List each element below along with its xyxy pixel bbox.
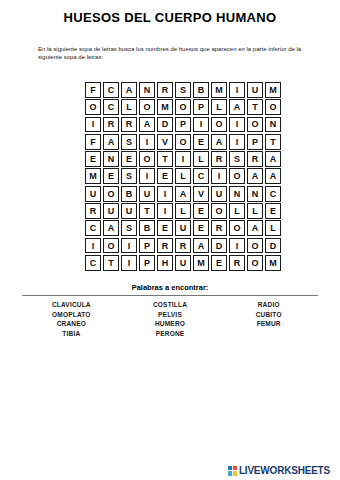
grid-cell-r4c11[interactable]: T	[265, 134, 281, 150]
grid-cell-r6c5[interactable]: E	[157, 168, 173, 184]
grid-cell-r9c3[interactable]: S	[121, 220, 137, 236]
grid-cell-r5c9[interactable]: S	[229, 151, 245, 167]
word-column-2: COSTILLAPELVISHUMEROPERONE	[121, 300, 220, 338]
grid-cell-r8c9[interactable]: L	[229, 203, 245, 219]
grid-cell-r11c4[interactable]: P	[139, 255, 155, 271]
grid-cell-r6c1[interactable]: M	[85, 168, 101, 184]
grid-cell-r6c8[interactable]: I	[211, 168, 227, 184]
grid-cell-r5c1[interactable]: E	[85, 151, 101, 167]
grid-cell-r10c4[interactable]: P	[139, 238, 155, 254]
word-search-grid: FCANRSBMIUMOCLOMOPLATOIRRADPIOIONFASIVOE…	[85, 82, 281, 271]
grid-cell-r4c3[interactable]: S	[121, 134, 137, 150]
word-item: HUMERO	[155, 319, 185, 329]
grid-cell-r2c8[interactable]: L	[211, 99, 227, 115]
grid-cell-r2c10[interactable]: T	[247, 99, 263, 115]
grid-cell-r3c7[interactable]: I	[193, 117, 209, 133]
grid-cell-r5c3[interactable]: E	[121, 151, 137, 167]
grid-cell-r9c9[interactable]: O	[229, 220, 245, 236]
word-column-3: RADIOCUBITOFEMUR	[219, 300, 318, 338]
grid-cell-r9c7[interactable]: E	[193, 220, 209, 236]
grid-cell-r7c2[interactable]: O	[103, 186, 119, 202]
grid-cell-r5c10[interactable]: R	[247, 151, 263, 167]
grid-cell-r7c1[interactable]: U	[85, 186, 101, 202]
logo-tile	[228, 466, 232, 471]
grid-cell-r2c2[interactable]: C	[103, 99, 119, 115]
grid-cell-r11c11[interactable]: M	[265, 255, 281, 271]
grid-cell-r2c3[interactable]: L	[121, 99, 137, 115]
grid-cell-r1c7[interactable]: B	[193, 82, 209, 98]
word-item: PERONE	[156, 329, 185, 339]
brand-name: LIVEWORKSHEETS	[239, 465, 330, 476]
grid-cell-r7c7[interactable]: V	[193, 186, 209, 202]
word-item: COSTILLA	[153, 300, 187, 310]
grid-cell-r10c10[interactable]: O	[247, 238, 263, 254]
grid-cell-r6c7[interactable]: C	[193, 168, 209, 184]
word-list: CLAVICULAOMOPLATOCRANEOTIBIA COSTILLAPEL…	[22, 300, 318, 338]
grid-cell-r1c9[interactable]: I	[229, 82, 245, 98]
grid-cell-r10c8[interactable]: D	[211, 238, 227, 254]
word-item: FEMUR	[257, 319, 281, 329]
page-title: HUESOS DEL CUERPO HUMANO	[0, 10, 340, 25]
grid-cell-r7c10[interactable]: N	[247, 186, 263, 202]
logo-tile	[228, 471, 232, 476]
grid-cell-r4c1[interactable]: F	[85, 134, 101, 150]
grid-cell-r5c6[interactable]: I	[175, 151, 191, 167]
grid-cell-r10c3[interactable]: I	[121, 238, 137, 254]
grid-cell-r2c6[interactable]: O	[175, 99, 191, 115]
grid-cell-r7c11[interactable]: C	[265, 186, 281, 202]
grid-cell-r6c10[interactable]: A	[247, 168, 263, 184]
brand-footer: LIVEWORKSHEETS	[228, 465, 330, 476]
grid-cell-r4c5[interactable]: V	[157, 134, 173, 150]
grid-cell-r10c2[interactable]: O	[103, 238, 119, 254]
grid-cell-r5c8[interactable]: R	[211, 151, 227, 167]
grid-cell-r4c10[interactable]: P	[247, 134, 263, 150]
grid-cell-r1c10[interactable]: U	[247, 82, 263, 98]
grid-cell-r9c2[interactable]: A	[103, 220, 119, 236]
grid-cell-r11c7[interactable]: M	[193, 255, 209, 271]
grid-cell-r8c5[interactable]: I	[157, 203, 173, 219]
grid-cell-r11c3[interactable]: I	[121, 255, 137, 271]
grid-cell-r6c11[interactable]: A	[265, 168, 281, 184]
grid-cell-r10c7[interactable]: A	[193, 238, 209, 254]
grid-cell-r7c8[interactable]: U	[211, 186, 227, 202]
word-item: CLAVICULA	[52, 300, 91, 310]
grid-cell-r5c11[interactable]: A	[265, 151, 281, 167]
grid-cell-r1c8[interactable]: M	[211, 82, 227, 98]
grid-cell-r3c11[interactable]: N	[265, 117, 281, 133]
grid-cell-r2c11[interactable]: O	[265, 99, 281, 115]
grid-cell-r1c3[interactable]: A	[121, 82, 137, 98]
grid-cell-r2c1[interactable]: O	[85, 99, 101, 115]
grid-cell-r6c9[interactable]: O	[229, 168, 245, 184]
grid-cell-r7c9[interactable]: N	[229, 186, 245, 202]
grid-cell-r4c2[interactable]: A	[103, 134, 119, 150]
worksheet-page: HUESOS DEL CUERPO HUMANO En la siguiente…	[0, 0, 340, 480]
grid-cell-r5c4[interactable]: O	[139, 151, 155, 167]
grid-cell-r8c4[interactable]: T	[139, 203, 155, 219]
word-item: OMOPLATO	[52, 310, 91, 320]
grid-cell-r11c8[interactable]: E	[211, 255, 227, 271]
grid-cell-r3c3[interactable]: R	[121, 117, 137, 133]
grid-cell-r8c1[interactable]: R	[85, 203, 101, 219]
liveworksheets-logo-icon	[228, 466, 237, 476]
grid-cell-r9c10[interactable]: A	[247, 220, 263, 236]
grid-cell-r11c9[interactable]: R	[229, 255, 245, 271]
grid-cell-r10c9[interactable]: I	[229, 238, 245, 254]
grid-cell-r6c2[interactable]: E	[103, 168, 119, 184]
grid-cell-r3c8[interactable]: O	[211, 117, 227, 133]
grid-cell-r11c2[interactable]: T	[103, 255, 119, 271]
grid-cell-r4c9[interactable]: I	[229, 134, 245, 150]
grid-cell-r9c4[interactable]: B	[139, 220, 155, 236]
grid-cell-r1c5[interactable]: R	[157, 82, 173, 98]
logo-tile	[233, 466, 237, 471]
grid-cell-r7c6[interactable]: A	[175, 186, 191, 202]
grid-cell-r7c4[interactable]: U	[139, 186, 155, 202]
grid-cell-r6c6[interactable]: L	[175, 168, 191, 184]
grid-cell-r1c11[interactable]: M	[265, 82, 281, 98]
logo-tile	[233, 471, 237, 476]
divider-line	[22, 295, 318, 296]
grid-cell-r5c5[interactable]: T	[157, 151, 173, 167]
word-item: TIBIA	[62, 329, 80, 339]
words-heading: Palabras a encontrar:	[0, 283, 340, 292]
grid-cell-r11c10[interactable]: O	[247, 255, 263, 271]
word-item: PELVIS	[158, 310, 182, 320]
grid-cell-r11c5[interactable]: H	[157, 255, 173, 271]
grid-cell-r3c1[interactable]: I	[85, 117, 101, 133]
grid-cell-r2c5[interactable]: M	[157, 99, 173, 115]
instructions-text: En la siguiente sopa de letras busca los…	[38, 46, 314, 62]
grid-cell-r5c2[interactable]: N	[103, 151, 119, 167]
grid-cell-r7c3[interactable]: B	[121, 186, 137, 202]
grid-cell-r4c8[interactable]: A	[211, 134, 227, 150]
grid-cell-r2c9[interactable]: A	[229, 99, 245, 115]
grid-cell-r3c4[interactable]: A	[139, 117, 155, 133]
grid-cell-r9c11[interactable]: L	[265, 220, 281, 236]
word-column-1: CLAVICULAOMOPLATOCRANEOTIBIA	[22, 300, 121, 338]
grid-cell-r10c11[interactable]: D	[265, 238, 281, 254]
grid-cell-r6c4[interactable]: I	[139, 168, 155, 184]
grid-cell-r3c10[interactable]: O	[247, 117, 263, 133]
grid-cell-r10c5[interactable]: R	[157, 238, 173, 254]
grid-cell-r8c11[interactable]: E	[265, 203, 281, 219]
grid-cell-r1c1[interactable]: F	[85, 82, 101, 98]
grid-cell-r8c10[interactable]: L	[247, 203, 263, 219]
grid-cell-r7c5[interactable]: I	[157, 186, 173, 202]
grid-cell-r2c7[interactable]: P	[193, 99, 209, 115]
grid-cell-r9c8[interactable]: R	[211, 220, 227, 236]
grid-cell-r1c4[interactable]: N	[139, 82, 155, 98]
grid-cell-r8c2[interactable]: U	[103, 203, 119, 219]
grid-cell-r1c6[interactable]: S	[175, 82, 191, 98]
grid-cell-r2c4[interactable]: O	[139, 99, 155, 115]
grid-cell-r4c4[interactable]: I	[139, 134, 155, 150]
grid-cell-r4c7[interactable]: E	[193, 134, 209, 150]
grid-cell-r9c5[interactable]: E	[157, 220, 173, 236]
grid-cell-r9c1[interactable]: C	[85, 220, 101, 236]
grid-cell-r10c6[interactable]: R	[175, 238, 191, 254]
word-item: RADIO	[258, 300, 280, 310]
grid-cell-r3c6[interactable]: P	[175, 117, 191, 133]
grid-cell-r5c7[interactable]: L	[193, 151, 209, 167]
word-item: CUBITO	[256, 310, 282, 320]
grid-cell-r8c6[interactable]: L	[175, 203, 191, 219]
grid-cell-r8c3[interactable]: U	[121, 203, 137, 219]
grid-cell-r9c6[interactable]: U	[175, 220, 191, 236]
grid-cell-r3c5[interactable]: D	[157, 117, 173, 133]
word-item: CRANEO	[57, 319, 86, 329]
grid-cell-r1c2[interactable]: C	[103, 82, 119, 98]
grid-cell-r11c6[interactable]: U	[175, 255, 191, 271]
grid-cell-r3c2[interactable]: R	[103, 117, 119, 133]
grid-cell-r3c9[interactable]: I	[229, 117, 245, 133]
grid-cell-r8c8[interactable]: O	[211, 203, 227, 219]
grid-cell-r4c6[interactable]: O	[175, 134, 191, 150]
grid-cell-r8c7[interactable]: E	[193, 203, 209, 219]
grid-cell-r6c3[interactable]: S	[121, 168, 137, 184]
grid-cell-r11c1[interactable]: C	[85, 255, 101, 271]
grid-cell-r10c1[interactable]: I	[85, 238, 101, 254]
